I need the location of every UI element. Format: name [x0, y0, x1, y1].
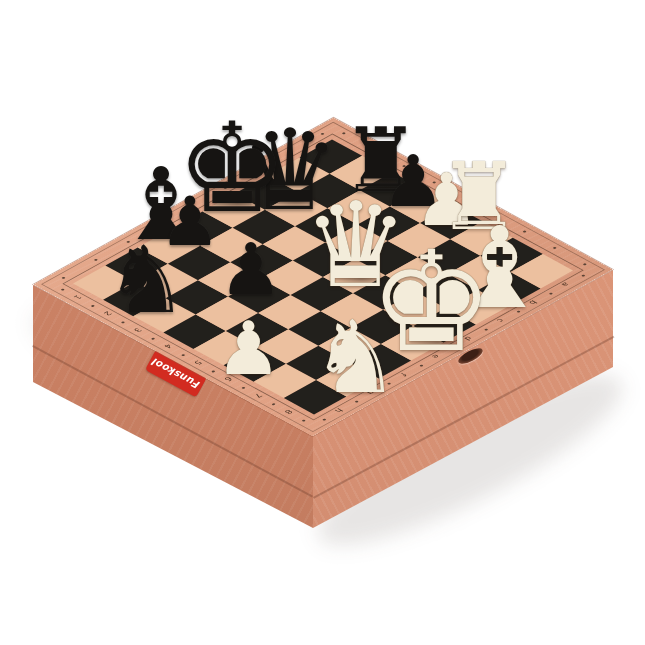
piece-black-knight-h3[interactable]: ♞ [100, 234, 193, 327]
piece-black-pawn-f4[interactable]: ♟ [215, 234, 286, 305]
piece-white-knight-g8[interactable]: ♞ [305, 308, 405, 408]
chess-box-scene: Funskool 12345678hgfedcba ♜♟♛♚♟♜♝♟♛♟♝♞♚♟… [0, 0, 645, 645]
piece-white-pawn-h6[interactable]: ♟ [212, 312, 286, 386]
